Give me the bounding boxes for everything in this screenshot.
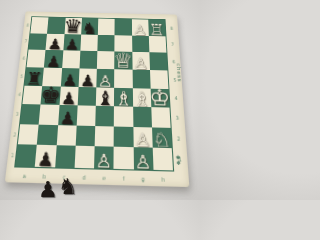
square-g4[interactable] <box>95 126 114 147</box>
rank-label-3: 3 <box>175 115 179 121</box>
square-h2[interactable]: ♙ <box>133 148 153 170</box>
square-b2[interactable] <box>132 35 150 52</box>
white-king-e1[interactable]: ♔ <box>149 87 171 110</box>
square-c4[interactable] <box>97 51 115 69</box>
file-label-e: e <box>103 174 106 181</box>
square-g2[interactable]: ♙ <box>133 127 153 148</box>
square-g8[interactable] <box>18 124 39 145</box>
rank-label-4: 4 <box>174 95 178 101</box>
square-f1[interactable] <box>151 107 171 127</box>
square-b5[interactable] <box>80 34 98 51</box>
file-label-f: f <box>123 175 125 182</box>
square-b8[interactable] <box>29 33 48 50</box>
rank-label-4: 4 <box>18 92 22 98</box>
square-h7[interactable]: ♟ <box>35 145 56 167</box>
square-g3[interactable] <box>114 126 133 147</box>
square-b7[interactable]: ♟ <box>46 33 64 50</box>
square-f7[interactable] <box>39 105 59 125</box>
rank-label-1: 1 <box>10 152 14 159</box>
square-h6[interactable] <box>55 146 76 168</box>
white-pawn-h4[interactable]: ♙ <box>96 152 113 171</box>
square-f8[interactable] <box>20 104 41 124</box>
rank-label-7: 7 <box>171 42 174 47</box>
square-h1[interactable] <box>152 148 173 170</box>
square-c6[interactable] <box>62 51 80 69</box>
square-c2[interactable]: ♙ <box>132 52 150 70</box>
square-e2[interactable]: ♗ <box>132 88 151 107</box>
rank-label-2: 2 <box>177 135 181 141</box>
file-label-b: b <box>42 173 46 180</box>
file-label-a: a <box>22 172 26 179</box>
square-e4[interactable]: ♝ <box>96 87 115 106</box>
square-g1[interactable]: ♘ <box>152 127 172 148</box>
file-label-d: d <box>82 174 86 181</box>
square-e3[interactable]: ♗ <box>114 87 132 106</box>
square-b6[interactable]: ♟ <box>63 34 81 51</box>
rank-label-8: 8 <box>26 22 29 27</box>
square-f3[interactable] <box>114 106 133 126</box>
square-b1[interactable] <box>149 36 167 53</box>
square-a5[interactable]: ♞ <box>81 18 98 34</box>
square-e6[interactable]: ♟ <box>59 86 78 105</box>
square-a1[interactable]: ♖ <box>148 20 166 36</box>
rank-label-3: 3 <box>15 111 19 117</box>
rank-label-5: 5 <box>20 73 24 79</box>
rank-label-7: 7 <box>24 39 28 44</box>
square-c3[interactable]: ♕ <box>114 52 132 70</box>
square-d4[interactable]: ♙ <box>96 69 114 88</box>
square-h4[interactable]: ♙ <box>94 147 114 169</box>
square-c5[interactable] <box>79 51 97 69</box>
rank-label-2: 2 <box>13 131 17 137</box>
square-f2[interactable] <box>133 107 152 127</box>
square-c8[interactable] <box>27 50 46 68</box>
square-d5[interactable]: ♟ <box>78 68 97 87</box>
brand-text: chess <box>168 63 183 82</box>
rank-label-8: 8 <box>170 26 173 31</box>
square-e1[interactable]: ♔ <box>150 88 169 108</box>
logo-emblem-icon: ❖ <box>171 160 185 166</box>
square-c1[interactable] <box>149 52 167 70</box>
square-a4[interactable] <box>98 19 115 35</box>
file-label-g: g <box>141 175 145 182</box>
chess-board-mat: ♛♞♙♖♟♟♟♕♙♜♟♟♙♚♟♝♗♗♔♟♙♘♟♙♙ abcdefgh 87654… <box>5 11 190 187</box>
file-label-c: c <box>63 173 66 180</box>
square-f4[interactable] <box>95 106 114 126</box>
file-label-h: h <box>161 176 165 183</box>
square-h5[interactable] <box>74 146 94 168</box>
square-d2[interactable] <box>132 70 150 89</box>
square-h3[interactable] <box>114 147 134 169</box>
chess-board-grid: ♛♞♙♖♟♟♟♕♙♜♟♟♙♚♟♝♗♗♔♟♙♘♟♙♙ <box>15 17 173 170</box>
square-f6[interactable]: ♟ <box>58 105 78 125</box>
square-a2[interactable]: ♙ <box>131 19 148 35</box>
square-d3[interactable] <box>114 69 132 88</box>
square-a3[interactable] <box>115 19 132 35</box>
black-pawn-h7[interactable]: ♟ <box>36 150 54 169</box>
square-g7[interactable] <box>37 124 58 145</box>
square-h8[interactable] <box>15 145 37 167</box>
square-c7[interactable]: ♟ <box>44 50 63 68</box>
square-g5[interactable] <box>75 125 95 146</box>
square-b4[interactable] <box>97 35 114 52</box>
square-a6[interactable]: ♛ <box>64 18 82 34</box>
square-d6[interactable]: ♟ <box>60 68 79 87</box>
square-e7[interactable]: ♚ <box>41 86 61 105</box>
square-g6[interactable] <box>56 125 76 146</box>
rank-label-6: 6 <box>22 56 26 61</box>
square-f5[interactable] <box>76 105 95 125</box>
white-pawn-h2[interactable]: ♙ <box>135 153 152 172</box>
square-a8[interactable] <box>30 17 48 33</box>
square-e5[interactable] <box>77 86 96 105</box>
